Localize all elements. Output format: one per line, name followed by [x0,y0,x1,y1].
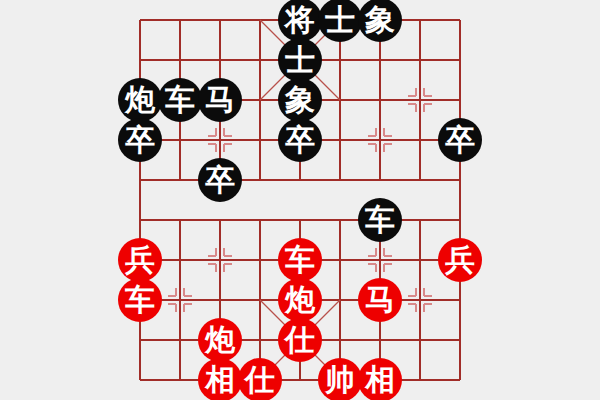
piece-black-general[interactable]: 将 [278,0,322,42]
piece-red-elephant[interactable]: 相 [198,358,242,400]
piece-black-pawn[interactable]: 卒 [438,118,482,162]
piece-red-chariot[interactable]: 车 [118,278,162,322]
piece-black-pawn[interactable]: 卒 [278,118,322,162]
piece-black-chariot[interactable]: 车 [158,78,202,122]
piece-red-pawn[interactable]: 兵 [118,238,162,282]
piece-black-advisor[interactable]: 士 [318,0,362,42]
piece-black-chariot[interactable]: 车 [358,198,402,242]
piece-black-elephant[interactable]: 象 [278,78,322,122]
piece-red-advisor[interactable]: 仕 [278,318,322,362]
piece-black-elephant[interactable]: 象 [358,0,402,42]
piece-black-advisor[interactable]: 士 [278,38,322,82]
piece-black-pawn[interactable]: 卒 [118,118,162,162]
piece-red-cannon[interactable]: 炮 [198,318,242,362]
piece-red-general[interactable]: 帅 [318,358,362,400]
piece-red-horse[interactable]: 马 [358,278,402,322]
piece-red-elephant[interactable]: 相 [358,358,402,400]
piece-red-chariot[interactable]: 车 [278,238,322,282]
piece-grid[interactable]: 将士象士炮车马象卒卒卒卒车兵车兵车炮马炮仕相仕帅相 [120,0,480,400]
piece-red-advisor[interactable]: 仕 [238,358,282,400]
piece-black-horse[interactable]: 马 [198,78,242,122]
piece-red-pawn[interactable]: 兵 [438,238,482,282]
piece-black-pawn[interactable]: 卒 [198,158,242,202]
piece-black-cannon[interactable]: 炮 [118,78,162,122]
xiangqi-board: 将士象士炮车马象卒卒卒卒车兵车兵车炮马炮仕相仕帅相 [0,0,600,400]
piece-red-cannon[interactable]: 炮 [278,278,322,322]
